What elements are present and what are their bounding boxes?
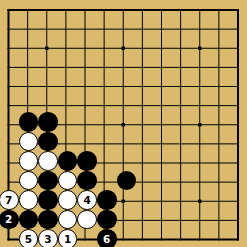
- move-number-label: 6: [103, 234, 110, 245]
- stone-black: [38, 112, 58, 132]
- stone-white-move-5: 5: [19, 229, 39, 247]
- move-number-label: 2: [5, 214, 12, 225]
- go-board[interactable]: 7425316: [0, 0, 247, 247]
- stone-white-move-3: 3: [38, 229, 58, 247]
- stone-white: [19, 190, 39, 210]
- stone-black: [38, 190, 58, 210]
- stone-white-move-4: 4: [77, 190, 97, 210]
- stone-black: [97, 190, 117, 210]
- move-number-label: 3: [44, 234, 51, 245]
- stone-black: [19, 210, 39, 230]
- stone-white: [58, 171, 78, 191]
- stone-white: [58, 210, 78, 230]
- stone-black: [38, 132, 58, 152]
- stone-white: [38, 151, 58, 171]
- stone-black: [117, 171, 137, 191]
- stone-black: [97, 210, 117, 230]
- stone-black-move-6: 6: [97, 229, 117, 247]
- stone-black: [58, 151, 78, 171]
- stone-white: [19, 132, 39, 152]
- move-number-label: 7: [5, 195, 12, 206]
- stone-white: [77, 210, 97, 230]
- stone-white: [19, 171, 39, 191]
- stone-black: [77, 171, 97, 191]
- stone-white: [58, 190, 78, 210]
- stone-white-move-7: 7: [0, 190, 19, 210]
- stone-white-move-1: 1: [58, 229, 78, 247]
- stone-black: [38, 210, 58, 230]
- stone-black-move-2: 2: [0, 210, 19, 230]
- stones-layer: 7425316: [0, 0, 247, 247]
- stone-black: [77, 151, 97, 171]
- move-number-label: 1: [64, 234, 71, 245]
- stone-black: [38, 171, 58, 191]
- stone-black: [19, 112, 39, 132]
- move-number-label: 5: [25, 234, 32, 245]
- move-number-label: 4: [83, 195, 90, 206]
- stone-white: [19, 151, 39, 171]
